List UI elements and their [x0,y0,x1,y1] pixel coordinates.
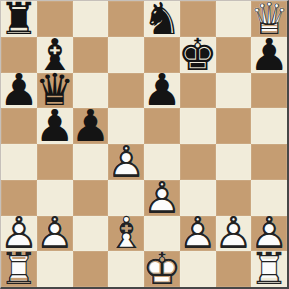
square-d1[interactable] [108,251,144,287]
square-h6[interactable] [251,73,287,109]
piece-outline-glyph: ♙ [216,216,252,252]
square-g6[interactable] [216,73,252,109]
square-a1[interactable]: ♜♖ [1,251,37,287]
square-c8[interactable] [73,1,109,37]
piece-black-king[interactable]: ♚ [180,37,216,73]
piece-outline-glyph: ♙ [108,144,144,180]
square-c7[interactable] [73,37,109,73]
piece-white-pawn[interactable]: ♟♙ [180,216,216,252]
square-h7[interactable]: ♟ [251,37,287,73]
piece-outline-glyph: ♖ [1,251,37,287]
piece-black-pawn[interactable]: ♟ [37,108,73,144]
square-g1[interactable] [216,251,252,287]
piece-outline-glyph: ♙ [180,216,216,252]
square-f4[interactable] [180,144,216,180]
square-h4[interactable] [251,144,287,180]
square-d8[interactable] [108,1,144,37]
piece-white-rook[interactable]: ♜♖ [1,251,37,287]
square-f2[interactable]: ♟♙ [180,216,216,252]
square-h1[interactable]: ♜♖ [251,251,287,287]
chess-board: ♜♞♛♕♝♚♟♟♛♟♟♟♟♙♟♙♟♙♟♙♝♗♟♙♟♙♟♙♜♖♚♔♜♖ [0,0,289,289]
square-e6[interactable]: ♟ [144,73,180,109]
piece-outline-glyph: ♙ [37,216,73,252]
square-g4[interactable] [216,144,252,180]
square-b5[interactable]: ♟ [37,108,73,144]
square-f6[interactable] [180,73,216,109]
square-d7[interactable] [108,37,144,73]
square-a8[interactable]: ♜ [1,1,37,37]
square-d2[interactable]: ♝♗ [108,216,144,252]
piece-black-pawn[interactable]: ♟ [251,37,287,73]
piece-black-pawn[interactable]: ♟ [144,73,180,109]
square-c3[interactable] [73,180,109,216]
piece-black-pawn[interactable]: ♟ [1,73,37,109]
piece-white-pawn[interactable]: ♟♙ [108,144,144,180]
square-g8[interactable] [216,1,252,37]
piece-outline-glyph: ♔ [144,251,180,287]
piece-black-knight[interactable]: ♞ [144,1,180,37]
square-b4[interactable] [37,144,73,180]
square-c5[interactable]: ♟ [73,108,109,144]
square-c1[interactable] [73,251,109,287]
square-a6[interactable]: ♟ [1,73,37,109]
piece-white-pawn[interactable]: ♟♙ [144,180,180,216]
piece-outline-glyph: ♗ [108,216,144,252]
piece-white-bishop[interactable]: ♝♗ [108,216,144,252]
square-g2[interactable]: ♟♙ [216,216,252,252]
piece-black-pawn[interactable]: ♟ [73,108,109,144]
square-c4[interactable] [73,144,109,180]
square-g7[interactable] [216,37,252,73]
square-f7[interactable]: ♚ [180,37,216,73]
piece-white-pawn[interactable]: ♟♙ [37,216,73,252]
square-e8[interactable]: ♞ [144,1,180,37]
square-b1[interactable] [37,251,73,287]
square-e3[interactable]: ♟♙ [144,180,180,216]
square-f1[interactable] [180,251,216,287]
square-c2[interactable] [73,216,109,252]
square-d4[interactable]: ♟♙ [108,144,144,180]
piece-outline-glyph: ♙ [144,180,180,216]
square-b2[interactable]: ♟♙ [37,216,73,252]
square-f5[interactable] [180,108,216,144]
square-g5[interactable] [216,108,252,144]
piece-outline-glyph: ♖ [251,251,287,287]
square-e5[interactable] [144,108,180,144]
piece-black-rook[interactable]: ♜ [1,1,37,37]
square-a5[interactable] [1,108,37,144]
piece-white-king[interactable]: ♚♔ [144,251,180,287]
piece-white-pawn[interactable]: ♟♙ [216,216,252,252]
square-h5[interactable] [251,108,287,144]
piece-white-rook[interactable]: ♜♖ [251,251,287,287]
square-e1[interactable]: ♚♔ [144,251,180,287]
square-d6[interactable] [108,73,144,109]
square-a4[interactable] [1,144,37,180]
